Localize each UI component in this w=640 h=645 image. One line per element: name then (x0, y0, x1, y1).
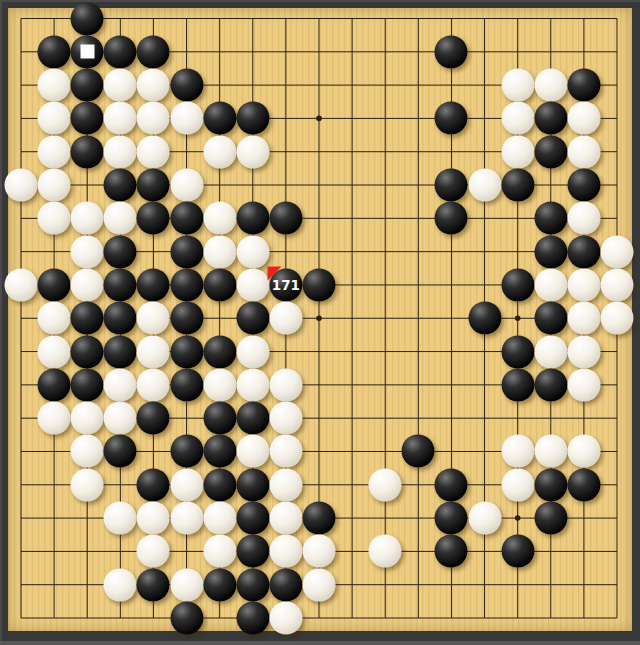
black-stone (236, 468, 269, 501)
black-stone (170, 235, 203, 268)
black-stone (71, 135, 104, 168)
black-stone (71, 102, 104, 135)
black-stone (203, 402, 236, 435)
marker-host: 171 (269, 268, 302, 301)
black-stone (170, 602, 203, 635)
black-stone (435, 468, 468, 501)
white-stone (236, 335, 269, 368)
black-stone (269, 568, 302, 601)
white-stone (137, 302, 170, 335)
star-point (316, 116, 322, 122)
black-stone (435, 502, 468, 535)
white-stone (534, 435, 567, 468)
black-stone (236, 535, 269, 568)
black-stone (71, 368, 104, 401)
white-stone (5, 169, 38, 202)
white-stone (137, 368, 170, 401)
go-app-window: 171 (0, 0, 640, 645)
black-stone (236, 568, 269, 601)
black-stone (203, 335, 236, 368)
white-stone (236, 368, 269, 401)
star-point (515, 315, 521, 321)
black-stone (236, 102, 269, 135)
white-stone (501, 69, 534, 102)
white-stone (71, 202, 104, 235)
black-stone (468, 302, 501, 335)
white-stone (501, 468, 534, 501)
black-stone (38, 368, 71, 401)
black-stone (501, 169, 534, 202)
white-stone (170, 102, 203, 135)
white-stone (269, 402, 302, 435)
white-stone (600, 302, 633, 335)
white-stone (38, 169, 71, 202)
black-stone (203, 568, 236, 601)
white-stone (104, 135, 137, 168)
black-stone (534, 502, 567, 535)
white-stone (71, 235, 104, 268)
black-stone (402, 435, 435, 468)
white-stone (269, 535, 302, 568)
black-stone (137, 268, 170, 301)
white-stone (203, 535, 236, 568)
white-stone (104, 102, 137, 135)
white-stone (203, 202, 236, 235)
white-stone (567, 202, 600, 235)
white-stone (534, 268, 567, 301)
white-stone (534, 69, 567, 102)
white-stone (203, 135, 236, 168)
black-stone (137, 169, 170, 202)
black-stone (236, 502, 269, 535)
white-stone (501, 102, 534, 135)
white-stone (236, 235, 269, 268)
white-stone (468, 169, 501, 202)
white-stone (170, 568, 203, 601)
star-point (515, 515, 521, 521)
black-stone (435, 202, 468, 235)
black-stone (302, 502, 335, 535)
go-board[interactable]: 171 (8, 8, 632, 631)
white-stone (38, 335, 71, 368)
black-stone (137, 35, 170, 68)
black-stone (170, 268, 203, 301)
white-stone (567, 368, 600, 401)
white-stone (269, 468, 302, 501)
white-stone (104, 502, 137, 535)
black-stone (38, 35, 71, 68)
white-stone (567, 335, 600, 368)
black-stone (104, 235, 137, 268)
white-stone (104, 69, 137, 102)
white-stone (170, 502, 203, 535)
white-stone (137, 69, 170, 102)
white-stone (137, 535, 170, 568)
black-stone (170, 69, 203, 102)
black-stone (137, 402, 170, 435)
black-stone (71, 2, 104, 35)
square-marker-icon (80, 45, 94, 59)
white-stone (269, 502, 302, 535)
white-stone (501, 435, 534, 468)
white-stone (38, 135, 71, 168)
black-stone (38, 268, 71, 301)
black-stone (137, 202, 170, 235)
black-stone (236, 302, 269, 335)
black-stone (269, 202, 302, 235)
black-stone (567, 235, 600, 268)
black-stone (302, 268, 335, 301)
white-stone (302, 568, 335, 601)
white-stone (170, 468, 203, 501)
white-stone (203, 368, 236, 401)
black-stone (435, 35, 468, 68)
white-stone (104, 402, 137, 435)
black-stone (534, 368, 567, 401)
white-stone (269, 368, 302, 401)
white-stone (137, 502, 170, 535)
black-stone (501, 335, 534, 368)
white-stone (71, 468, 104, 501)
black-stone (170, 435, 203, 468)
white-stone (203, 235, 236, 268)
white-stone (600, 268, 633, 301)
black-stone (435, 169, 468, 202)
white-stone (38, 402, 71, 435)
white-stone (38, 202, 71, 235)
white-stone (104, 568, 137, 601)
black-stone (104, 268, 137, 301)
white-stone (567, 135, 600, 168)
black-stone (534, 202, 567, 235)
black-stone (71, 302, 104, 335)
white-stone (38, 102, 71, 135)
white-stone (567, 102, 600, 135)
black-stone (501, 535, 534, 568)
black-stone (137, 468, 170, 501)
white-stone (104, 202, 137, 235)
white-stone (269, 435, 302, 468)
white-stone (137, 102, 170, 135)
black-stone (104, 435, 137, 468)
white-stone (71, 402, 104, 435)
black-stone (534, 235, 567, 268)
black-stone (567, 69, 600, 102)
star-point (316, 315, 322, 321)
white-stone (71, 268, 104, 301)
white-stone (38, 69, 71, 102)
black-stone (104, 169, 137, 202)
black-stone (435, 535, 468, 568)
white-stone (501, 135, 534, 168)
white-stone (71, 435, 104, 468)
black-stone (501, 268, 534, 301)
white-stone (567, 268, 600, 301)
white-stone (236, 135, 269, 168)
black-stone (203, 468, 236, 501)
white-stone (600, 235, 633, 268)
white-stone (302, 535, 335, 568)
white-stone (567, 435, 600, 468)
white-stone (236, 435, 269, 468)
black-stone (567, 169, 600, 202)
white-stone (203, 502, 236, 535)
black-stone (170, 302, 203, 335)
white-stone (468, 502, 501, 535)
black-stone (534, 302, 567, 335)
black-stone (71, 335, 104, 368)
move-number-label: 171 (269, 268, 302, 301)
black-stone (170, 368, 203, 401)
white-stone (170, 169, 203, 202)
black-stone (137, 568, 170, 601)
black-stone (71, 69, 104, 102)
white-stone (104, 368, 137, 401)
black-stone (203, 268, 236, 301)
marker-host (71, 35, 104, 68)
black-stone (104, 35, 137, 68)
white-stone (137, 335, 170, 368)
white-stone (5, 268, 38, 301)
white-stone (369, 468, 402, 501)
white-stone (369, 535, 402, 568)
black-stone (203, 102, 236, 135)
black-stone (104, 335, 137, 368)
black-stone (501, 368, 534, 401)
black-stone (534, 102, 567, 135)
black-stone (170, 202, 203, 235)
white-stone (236, 268, 269, 301)
black-stone (104, 302, 137, 335)
black-stone (203, 435, 236, 468)
white-stone (137, 135, 170, 168)
black-stone (236, 402, 269, 435)
black-stone (534, 468, 567, 501)
white-stone (38, 302, 71, 335)
black-stone (170, 335, 203, 368)
black-stone (534, 135, 567, 168)
black-stone (435, 102, 468, 135)
white-stone (567, 302, 600, 335)
black-stone (567, 468, 600, 501)
black-stone (236, 202, 269, 235)
black-stone (236, 602, 269, 635)
white-stone (269, 602, 302, 635)
white-stone (269, 302, 302, 335)
white-stone (534, 335, 567, 368)
